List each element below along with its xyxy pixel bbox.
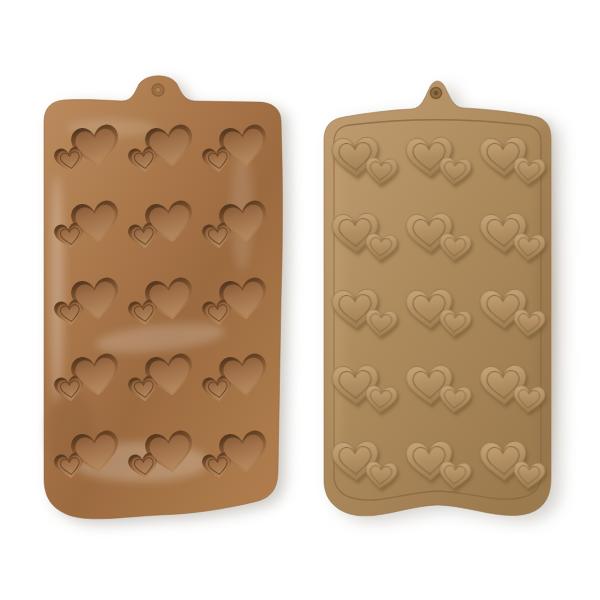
hang-hole-right	[430, 87, 441, 98]
double-heart-relief	[402, 200, 476, 276]
double-heart-cavity	[50, 422, 124, 498]
double-heart-relief	[476, 276, 550, 352]
double-heart-relief	[476, 124, 550, 200]
double-heart-relief	[328, 276, 402, 352]
double-heart-relief	[476, 428, 550, 504]
double-heart-relief	[476, 352, 550, 428]
double-heart-cavity	[124, 116, 198, 192]
double-heart-relief	[402, 428, 476, 504]
double-heart-relief	[402, 276, 476, 352]
double-heart-cavity	[50, 269, 124, 345]
product-photo	[0, 0, 600, 600]
hang-hole-left	[152, 84, 164, 96]
double-heart-cavity	[198, 269, 272, 345]
double-heart-cavity	[124, 192, 198, 268]
double-heart-relief	[328, 352, 402, 428]
cavity-grid	[50, 116, 272, 498]
double-heart-relief	[328, 124, 402, 200]
double-heart-cavity	[124, 345, 198, 421]
double-heart-relief	[402, 124, 476, 200]
double-heart-relief	[402, 352, 476, 428]
double-heart-cavity	[198, 192, 272, 268]
double-heart-cavity	[198, 422, 272, 498]
relief-grid	[328, 124, 550, 500]
double-heart-relief	[328, 200, 402, 276]
double-heart-cavity	[50, 192, 124, 268]
double-heart-cavity	[124, 422, 198, 498]
double-heart-cavity	[50, 116, 124, 192]
double-heart-cavity	[50, 345, 124, 421]
double-heart-cavity	[198, 116, 272, 192]
double-heart-cavity	[198, 345, 272, 421]
double-heart-cavity	[124, 269, 198, 345]
double-heart-relief	[328, 428, 402, 504]
double-heart-relief	[476, 200, 550, 276]
